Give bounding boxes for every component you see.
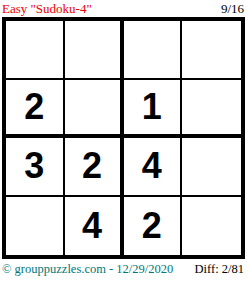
cell-r1c3-empty[interactable] — [124, 21, 183, 80]
copyright-text: © grouppuzzles.com - 12/29/2020 — [2, 262, 173, 276]
cell-r2c4-empty[interactable] — [182, 80, 241, 139]
cell-r3c3-given: 4 — [124, 138, 183, 197]
cell-r3c1-given: 3 — [6, 138, 65, 197]
cell-r3c4-empty[interactable] — [182, 138, 241, 197]
difficulty-text: Diff: 2/81 — [195, 262, 244, 276]
footer: © grouppuzzles.com - 12/29/2020 Diff: 2/… — [0, 259, 247, 276]
cell-r1c1-empty[interactable] — [6, 21, 65, 80]
cell-r1c4-empty[interactable] — [182, 21, 241, 80]
cell-r1c2-empty[interactable] — [65, 21, 124, 80]
cell-r2c1-given: 2 — [6, 80, 65, 139]
cell-r4c3-given: 2 — [124, 197, 183, 256]
cell-r4c1-empty[interactable] — [6, 197, 65, 256]
header: Easy "Sudoku-4" 9/16 — [0, 0, 247, 17]
cell-r3c2-given: 2 — [65, 138, 124, 197]
sudoku-grid: 2132442 — [2, 17, 245, 259]
cell-r4c4-empty[interactable] — [182, 197, 241, 256]
cell-r4c2-given: 4 — [65, 197, 124, 256]
puzzle-title: Easy "Sudoku-4" — [2, 1, 92, 16]
progress-counter: 9/16 — [221, 1, 244, 16]
cell-r2c3-given: 1 — [124, 80, 183, 139]
cell-r2c2-empty[interactable] — [65, 80, 124, 139]
puzzle-page: Easy "Sudoku-4" 9/16 2132442 © grouppuzz… — [0, 0, 247, 282]
